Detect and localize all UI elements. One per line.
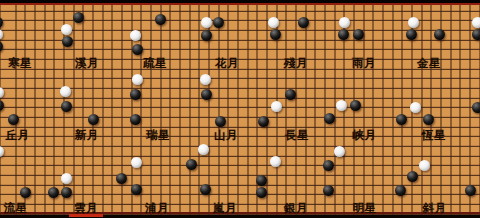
- opening-label: 金星: [417, 56, 441, 71]
- opening-label: 恆星: [422, 128, 446, 143]
- black-stone: [285, 89, 296, 100]
- opening-label: 銀月: [284, 201, 308, 216]
- white-stone: [270, 156, 281, 167]
- white-stone: [410, 102, 421, 113]
- black-stone: [256, 187, 267, 198]
- black-stone: [406, 29, 417, 40]
- black-stone: [434, 29, 445, 40]
- black-stone: [8, 114, 19, 125]
- black-stone: [395, 185, 406, 196]
- bottom-red-segment: [69, 214, 104, 217]
- white-stone: [268, 17, 279, 28]
- opening-label: 丘月: [6, 128, 30, 143]
- opening-label: 新月: [75, 128, 99, 143]
- black-stone: [270, 29, 281, 40]
- black-stone: [201, 30, 212, 41]
- black-stone: [48, 187, 59, 198]
- black-stone: [130, 89, 141, 100]
- opening-label: 殘月: [284, 56, 308, 71]
- opening-label: 雨月: [352, 56, 376, 71]
- black-stone: [423, 114, 434, 125]
- black-stone: [131, 184, 142, 195]
- opening-label: 長星: [285, 128, 309, 143]
- opening-label: 溪月: [75, 56, 99, 71]
- black-stone: [186, 159, 197, 170]
- white-stone: [271, 101, 282, 112]
- white-stone: [339, 17, 350, 28]
- black-stone: [62, 36, 73, 47]
- black-stone: [323, 160, 334, 171]
- opening-label: 浦月: [145, 201, 169, 216]
- black-stone: [472, 29, 480, 40]
- white-stone: [472, 17, 480, 28]
- black-stone: [215, 116, 226, 127]
- white-stone: [408, 17, 419, 28]
- opening-label: 流星: [4, 201, 28, 216]
- opening-label: 嵐月: [213, 201, 237, 216]
- white-stone: [201, 17, 212, 28]
- opening-label: 峡月: [353, 128, 377, 143]
- black-stone: [155, 14, 166, 25]
- black-stone: [323, 185, 334, 196]
- white-stone: [198, 144, 209, 155]
- white-stone: [61, 24, 72, 35]
- black-stone: [256, 175, 267, 186]
- opening-label: 明星: [353, 201, 377, 216]
- black-stone: [20, 187, 31, 198]
- white-stone: [200, 74, 211, 85]
- black-stone: [324, 113, 335, 124]
- black-stone: [353, 29, 364, 40]
- white-stone: [132, 74, 143, 85]
- opening-label: 斜月: [423, 201, 447, 216]
- black-stone: [130, 114, 141, 125]
- opening-label: 寒星: [8, 56, 32, 71]
- black-stone: [350, 100, 361, 111]
- board: 寒星溪月疏星花月殘月雨月金星丘月新月瑞星山月長星峡月恆星流星雲月浦月嵐月銀月明星…: [0, 0, 480, 218]
- black-stone: [88, 114, 99, 125]
- white-stone: [336, 100, 347, 111]
- white-stone: [130, 30, 141, 41]
- opening-label: 瑞星: [146, 128, 170, 143]
- black-stone: [472, 102, 480, 113]
- opening-label: 花月: [215, 56, 239, 71]
- black-stone: [200, 184, 211, 195]
- black-stone: [132, 44, 143, 55]
- black-stone: [298, 17, 309, 28]
- white-stone: [419, 160, 430, 171]
- black-stone: [61, 101, 72, 112]
- black-stone: [258, 116, 269, 127]
- black-stone: [465, 185, 476, 196]
- black-stone: [338, 29, 349, 40]
- opening-label: 疏星: [143, 56, 167, 71]
- black-stone: [213, 17, 224, 28]
- opening-label: 山月: [214, 128, 238, 143]
- white-stone: [60, 86, 71, 97]
- black-stone: [73, 12, 84, 23]
- white-stone: [334, 146, 345, 157]
